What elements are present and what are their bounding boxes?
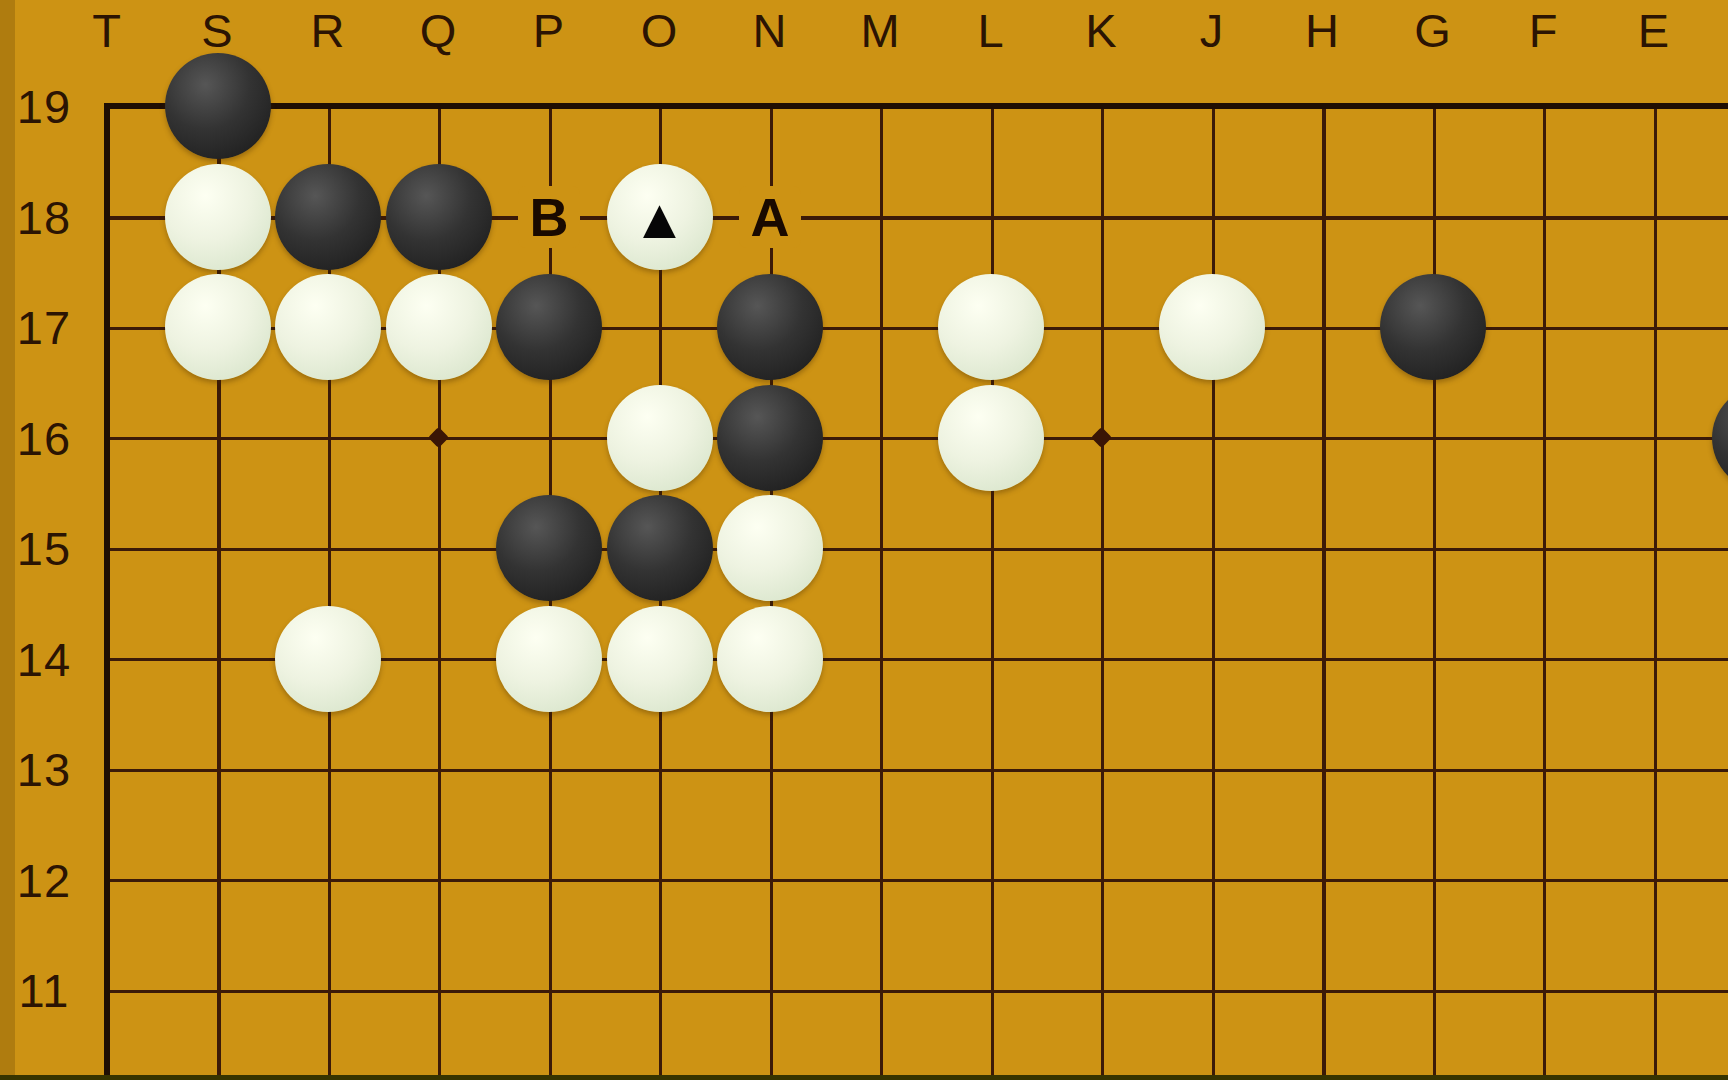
stone-black-Q18[interactable] <box>386 164 492 270</box>
col-label-G: G <box>1414 3 1452 58</box>
star-point-Q16 <box>428 427 449 448</box>
go-board[interactable]: ▲BA <box>52 51 1728 1080</box>
col-label-F: F <box>1529 3 1559 58</box>
point-label-B[interactable]: B <box>518 186 580 248</box>
stone-white-R17[interactable] <box>275 274 381 380</box>
col-label-R: R <box>311 3 346 58</box>
stone-black-O15[interactable] <box>607 495 713 601</box>
stone-white-R14[interactable] <box>275 606 381 712</box>
col-label-E: E <box>1638 3 1670 58</box>
stone-black-G17[interactable] <box>1380 274 1486 380</box>
left-edge-shade <box>0 0 15 1080</box>
point-label-A[interactable]: A <box>739 186 801 248</box>
stone-white-L17[interactable] <box>938 274 1044 380</box>
star-point-K16 <box>1091 427 1112 448</box>
col-label-L: L <box>977 3 1004 58</box>
screen-bottom-edge <box>0 1075 1728 1080</box>
stone-white-L16[interactable] <box>938 385 1044 491</box>
stone-white-J17[interactable] <box>1159 274 1265 380</box>
stone-black-P15[interactable] <box>496 495 602 601</box>
stone-black-P17[interactable] <box>496 274 602 380</box>
col-label-O: O <box>641 3 679 58</box>
col-label-S: S <box>201 3 233 58</box>
stone-white-Q17[interactable] <box>386 274 492 380</box>
stone-white-N15[interactable] <box>717 495 823 601</box>
stone-black-R18[interactable] <box>275 164 381 270</box>
stone-white-P14[interactable] <box>496 606 602 712</box>
stone-white-N14[interactable] <box>717 606 823 712</box>
stone-white-O18[interactable]: ▲ <box>607 164 713 270</box>
stone-white-S17[interactable] <box>165 274 271 380</box>
col-label-P: P <box>533 3 565 58</box>
col-label-H: H <box>1305 3 1340 58</box>
stone-black-S19[interactable] <box>165 53 271 159</box>
col-label-M: M <box>860 3 900 58</box>
stone-white-S18[interactable] <box>165 164 271 270</box>
col-label-J: J <box>1200 3 1225 58</box>
col-label-K: K <box>1085 3 1117 58</box>
go-board-screen: TSRQPONMLKJHGFE 191817161514131211 ▲BA <box>0 0 1728 1080</box>
triangle-marker-O18: ▲ <box>632 191 687 247</box>
col-label-T: T <box>92 3 122 58</box>
stone-white-O14[interactable] <box>607 606 713 712</box>
stone-black-N17[interactable] <box>717 274 823 380</box>
stone-black-D16[interactable] <box>1712 385 1728 491</box>
stone-white-O16[interactable] <box>607 385 713 491</box>
col-label-Q: Q <box>420 3 458 58</box>
stone-black-N16[interactable] <box>717 385 823 491</box>
col-label-N: N <box>753 3 788 58</box>
